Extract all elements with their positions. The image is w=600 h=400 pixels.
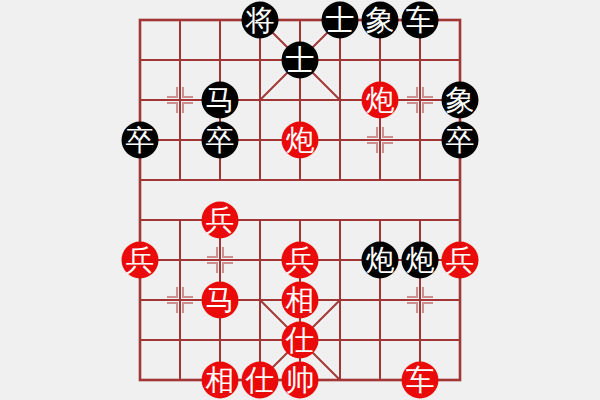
piece-red-cannon[interactable]: 炮: [282, 122, 319, 159]
point-marker-corner: [407, 287, 418, 298]
point-marker-corner: [382, 142, 393, 153]
piece-red-chariot[interactable]: 车: [402, 362, 439, 399]
piece-red-soldier[interactable]: 兵: [442, 242, 479, 279]
point-marker-corner: [222, 247, 233, 258]
point-marker-corner: [422, 287, 433, 298]
piece-red-general[interactable]: 帅: [282, 362, 319, 399]
piece-black-elephant[interactable]: 象: [362, 2, 399, 39]
point-marker-corner: [422, 302, 433, 313]
piece-red-advisor[interactable]: 仕: [282, 322, 319, 359]
point-marker: [407, 287, 433, 313]
point-marker: [167, 287, 193, 313]
piece-black-general[interactable]: 将: [242, 2, 279, 39]
piece-red-elephant[interactable]: 相: [202, 362, 239, 399]
point-marker-corner: [182, 87, 193, 98]
point-marker: [367, 127, 393, 153]
point-marker-corner: [167, 87, 178, 98]
piece-black-advisor[interactable]: 士: [322, 2, 359, 39]
point-marker-corner: [182, 102, 193, 113]
point-marker-corner: [182, 287, 193, 298]
piece-black-horse[interactable]: 马: [202, 82, 239, 119]
point-marker-corner: [422, 102, 433, 113]
piece-red-cannon[interactable]: 炮: [362, 82, 399, 119]
piece-red-elephant[interactable]: 相: [282, 282, 319, 319]
point-marker-corner: [207, 247, 218, 258]
point-marker-corner: [407, 87, 418, 98]
point-marker-corner: [167, 102, 178, 113]
point-marker-corner: [407, 302, 418, 313]
piece-black-soldier[interactable]: 卒: [442, 122, 479, 159]
piece-red-advisor[interactable]: 仕: [242, 362, 279, 399]
xiangqi-board: 将士象车士马炮象卒卒炮卒兵兵兵炮炮兵马相仕相仕帅车: [0, 0, 600, 400]
piece-red-soldier[interactable]: 兵: [122, 242, 159, 279]
piece-black-soldier[interactable]: 卒: [122, 122, 159, 159]
point-marker-corner: [167, 287, 178, 298]
piece-black-advisor[interactable]: 士: [282, 42, 319, 79]
point-marker-corner: [182, 302, 193, 313]
point-marker: [167, 87, 193, 113]
point-marker-corner: [207, 262, 218, 273]
piece-black-cannon[interactable]: 炮: [362, 242, 399, 279]
point-marker-corner: [222, 262, 233, 273]
piece-black-chariot[interactable]: 车: [402, 2, 439, 39]
point-marker-corner: [382, 127, 393, 138]
piece-black-elephant[interactable]: 象: [442, 82, 479, 119]
point-marker-corner: [407, 102, 418, 113]
piece-red-soldier[interactable]: 兵: [202, 202, 239, 239]
piece-black-soldier[interactable]: 卒: [202, 122, 239, 159]
point-marker-corner: [167, 302, 178, 313]
point-marker-corner: [367, 127, 378, 138]
point-marker: [207, 247, 233, 273]
point-marker-corner: [367, 142, 378, 153]
point-marker-corner: [422, 87, 433, 98]
piece-red-horse[interactable]: 马: [202, 282, 239, 319]
screen: 将士象车士马炮象卒卒炮卒兵兵兵炮炮兵马相仕相仕帅车: [0, 0, 600, 400]
piece-black-cannon[interactable]: 炮: [402, 242, 439, 279]
point-marker: [407, 87, 433, 113]
piece-red-soldier[interactable]: 兵: [282, 242, 319, 279]
